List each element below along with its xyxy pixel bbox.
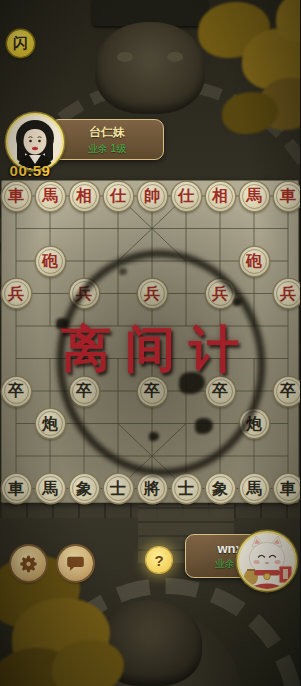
stone-gate — [92, 0, 208, 26]
stone-arch-carving — [98, 600, 202, 686]
top-player-name: 台仁妹 — [89, 124, 125, 141]
chat-button[interactable] — [58, 546, 93, 581]
piece-red-soldier[interactable]: 兵 — [274, 279, 301, 308]
piece-red-elephant[interactable]: 相 — [206, 182, 235, 211]
piece-red-advisor[interactable]: 仕 — [104, 182, 133, 211]
piece-red-chariot[interactable]: 車 — [2, 182, 31, 211]
piece-black-advisor[interactable]: 士 — [172, 474, 201, 503]
help-button[interactable]: ? — [146, 547, 172, 573]
gold-leaves-bottom-left — [0, 648, 76, 686]
top-player-timer: 00:59 — [4, 162, 56, 179]
back-button[interactable]: 闪 — [7, 30, 34, 57]
piece-black-elephant[interactable]: 象 — [70, 474, 99, 503]
piece-red-elephant[interactable]: 相 — [70, 182, 99, 211]
game-screen: 闪 台仁妹 业余 1级 00:59 車馬相仕帥仕相馬車砲砲兵兵兵兵兵卒卒卒卒卒炮… — [0, 0, 300, 686]
piece-red-cannon[interactable]: 砲 — [240, 247, 269, 276]
gold-leaves-top-right — [222, 92, 278, 134]
piece-red-cannon[interactable]: 砲 — [36, 247, 65, 276]
gold-leaves-top-right — [242, 28, 300, 90]
piece-red-soldier[interactable]: 兵 — [2, 279, 31, 308]
piece-black-elephant[interactable]: 象 — [206, 474, 235, 503]
back-icon: 闪 — [13, 34, 28, 53]
gold-leaves-top-right — [258, 78, 300, 130]
piece-black-chariot[interactable]: 車 — [2, 474, 31, 503]
piece-red-horse[interactable]: 馬 — [240, 182, 269, 211]
xiangqi-board[interactable]: 車馬相仕帥仕相馬車砲砲兵兵兵兵兵卒卒卒卒卒炮炮車馬象士將士象馬車 离间计 — [1, 180, 299, 503]
gold-leaves-bottom-left — [52, 640, 124, 686]
stone-gate-carving — [95, 22, 205, 114]
top-player-plate: 台仁妹 业余 1级 — [50, 119, 164, 160]
gear-icon — [19, 554, 39, 574]
piece-black-horse[interactable]: 馬 — [240, 474, 269, 503]
settings-button[interactable] — [11, 546, 46, 581]
piece-black-soldier[interactable]: 卒 — [2, 377, 31, 406]
piece-black-soldier[interactable]: 卒 — [274, 377, 301, 406]
piece-red-chariot[interactable]: 車 — [274, 182, 301, 211]
piece-red-advisor[interactable]: 仕 — [172, 182, 201, 211]
gold-leaves-top-right — [276, 0, 300, 42]
piece-black-advisor[interactable]: 士 — [104, 474, 133, 503]
speech-bubble-icon — [66, 554, 85, 573]
piece-black-soldier[interactable]: 卒 — [70, 377, 99, 406]
piece-black-cannon[interactable]: 炮 — [240, 409, 269, 438]
stone-arch — [28, 578, 300, 686]
piece-black-chariot[interactable]: 車 — [274, 474, 301, 503]
board-grid — [1, 180, 299, 503]
lucky-cat-icon — [239, 533, 295, 589]
stone-arch-interior — [58, 608, 242, 686]
piece-red-soldier[interactable]: 兵 — [70, 279, 99, 308]
piece-black-soldier[interactable]: 卒 — [138, 377, 167, 406]
piece-black-cannon[interactable]: 炮 — [36, 409, 65, 438]
woman-portrait-icon — [8, 115, 62, 169]
piece-red-soldier[interactable]: 兵 — [206, 279, 235, 308]
piece-red-general[interactable]: 帥 — [138, 182, 167, 211]
piece-black-soldier[interactable]: 卒 — [206, 377, 235, 406]
piece-black-horse[interactable]: 馬 — [36, 474, 65, 503]
top-player-rank: 业余 1级 — [88, 142, 126, 156]
piece-black-general[interactable]: 將 — [138, 474, 167, 503]
stone-wall-edge — [0, 502, 300, 518]
piece-red-soldier[interactable]: 兵 — [138, 279, 167, 308]
piece-red-horse[interactable]: 馬 — [36, 182, 65, 211]
question-mark-icon: ? — [154, 552, 163, 569]
gold-leaves-top-right — [198, 2, 270, 58]
bottom-player-avatar[interactable] — [237, 531, 297, 591]
gold-leaves-bottom-left — [12, 598, 110, 676]
